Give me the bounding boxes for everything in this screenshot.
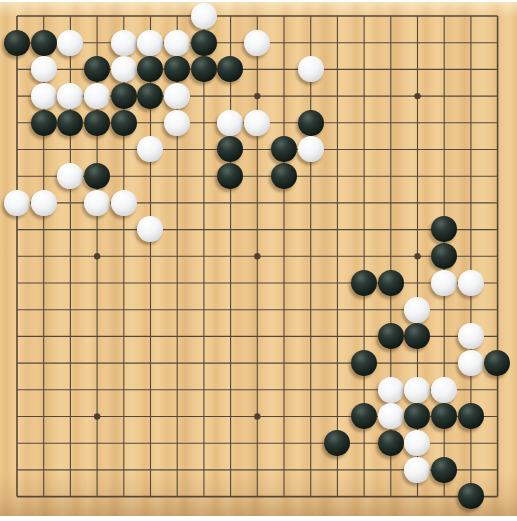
intersection-H10[interactable] xyxy=(190,243,217,270)
intersection-N1[interactable] xyxy=(324,483,351,510)
intersection-S5[interactable] xyxy=(457,376,484,403)
intersection-Q6[interactable] xyxy=(404,350,431,377)
intersection-K7[interactable] xyxy=(244,323,271,350)
intersection-D17[interactable] xyxy=(84,56,111,83)
intersection-B19[interactable] xyxy=(30,3,57,30)
intersection-C3[interactable] xyxy=(57,430,84,457)
intersection-K9[interactable] xyxy=(244,269,271,296)
intersection-D13[interactable] xyxy=(84,163,111,190)
intersection-L1[interactable] xyxy=(270,483,297,510)
intersection-O6[interactable] xyxy=(351,350,378,377)
intersection-K2[interactable] xyxy=(244,456,271,483)
intersection-J2[interactable] xyxy=(217,456,244,483)
intersection-S17[interactable] xyxy=(457,56,484,83)
intersection-D11[interactable] xyxy=(84,216,111,243)
intersection-S12[interactable] xyxy=(457,189,484,216)
intersection-Q10[interactable] xyxy=(404,243,431,270)
intersection-H7[interactable] xyxy=(190,323,217,350)
intersection-R18[interactable] xyxy=(431,29,458,56)
intersection-D4[interactable] xyxy=(84,403,111,430)
intersection-D16[interactable] xyxy=(84,83,111,110)
intersection-O2[interactable] xyxy=(351,456,378,483)
intersection-T17[interactable] xyxy=(484,56,511,83)
intersection-S10[interactable] xyxy=(457,243,484,270)
intersection-J18[interactable] xyxy=(217,29,244,56)
intersection-A2[interactable] xyxy=(4,456,31,483)
intersection-P6[interactable] xyxy=(377,350,404,377)
intersection-L17[interactable] xyxy=(270,56,297,83)
intersection-F3[interactable] xyxy=(137,430,164,457)
intersection-H8[interactable] xyxy=(190,296,217,323)
intersection-L16[interactable] xyxy=(270,83,297,110)
intersection-B10[interactable] xyxy=(30,243,57,270)
intersection-J17[interactable] xyxy=(217,56,244,83)
intersection-H13[interactable] xyxy=(190,163,217,190)
intersection-K14[interactable] xyxy=(244,136,271,163)
intersection-T6[interactable] xyxy=(484,350,511,377)
intersection-D10[interactable] xyxy=(84,243,111,270)
intersection-J16[interactable] xyxy=(217,83,244,110)
intersection-Q3[interactable] xyxy=(404,430,431,457)
intersection-N2[interactable] xyxy=(324,456,351,483)
intersection-Q18[interactable] xyxy=(404,29,431,56)
intersection-M13[interactable] xyxy=(297,163,324,190)
intersection-A3[interactable] xyxy=(4,430,31,457)
intersection-D3[interactable] xyxy=(84,430,111,457)
intersection-C16[interactable] xyxy=(57,83,84,110)
intersection-S8[interactable] xyxy=(457,296,484,323)
intersection-Q11[interactable] xyxy=(404,216,431,243)
intersection-G4[interactable] xyxy=(164,403,191,430)
intersection-Q4[interactable] xyxy=(404,403,431,430)
intersection-B3[interactable] xyxy=(30,430,57,457)
intersection-T14[interactable] xyxy=(484,136,511,163)
intersection-H18[interactable] xyxy=(190,29,217,56)
intersection-F11[interactable] xyxy=(137,216,164,243)
intersection-P4[interactable] xyxy=(377,403,404,430)
intersection-B12[interactable] xyxy=(30,189,57,216)
intersection-P15[interactable] xyxy=(377,109,404,136)
intersection-E1[interactable] xyxy=(110,483,137,510)
intersection-C18[interactable] xyxy=(57,29,84,56)
intersection-S16[interactable] xyxy=(457,83,484,110)
intersection-K5[interactable] xyxy=(244,376,271,403)
intersection-H9[interactable] xyxy=(190,269,217,296)
intersection-J8[interactable] xyxy=(217,296,244,323)
intersection-P12[interactable] xyxy=(377,189,404,216)
intersection-H5[interactable] xyxy=(190,376,217,403)
intersection-K10[interactable] xyxy=(244,243,271,270)
intersection-K16[interactable] xyxy=(244,83,271,110)
intersection-K19[interactable] xyxy=(244,3,271,30)
intersection-P8[interactable] xyxy=(377,296,404,323)
intersection-E9[interactable] xyxy=(110,269,137,296)
intersection-L3[interactable] xyxy=(270,430,297,457)
intersection-M17[interactable] xyxy=(297,56,324,83)
intersection-F16[interactable] xyxy=(137,83,164,110)
intersection-G13[interactable] xyxy=(164,163,191,190)
intersection-H19[interactable] xyxy=(190,3,217,30)
intersection-H3[interactable] xyxy=(190,430,217,457)
intersection-K11[interactable] xyxy=(244,216,271,243)
intersection-R1[interactable] xyxy=(431,483,458,510)
intersection-G3[interactable] xyxy=(164,430,191,457)
intersection-C7[interactable] xyxy=(57,323,84,350)
intersection-A13[interactable] xyxy=(4,163,31,190)
intersection-O1[interactable] xyxy=(351,483,378,510)
intersection-C12[interactable] xyxy=(57,189,84,216)
intersection-S19[interactable] xyxy=(457,3,484,30)
intersection-M4[interactable] xyxy=(297,403,324,430)
intersection-A6[interactable] xyxy=(4,350,31,377)
intersection-H6[interactable] xyxy=(190,350,217,377)
intersection-E17[interactable] xyxy=(110,56,137,83)
intersection-R10[interactable] xyxy=(431,243,458,270)
intersection-P14[interactable] xyxy=(377,136,404,163)
intersection-Q8[interactable] xyxy=(404,296,431,323)
intersection-A14[interactable] xyxy=(4,136,31,163)
intersection-N13[interactable] xyxy=(324,163,351,190)
intersection-G2[interactable] xyxy=(164,456,191,483)
intersection-J10[interactable] xyxy=(217,243,244,270)
intersection-O16[interactable] xyxy=(351,83,378,110)
intersection-L4[interactable] xyxy=(270,403,297,430)
intersection-E2[interactable] xyxy=(110,456,137,483)
intersection-A5[interactable] xyxy=(4,376,31,403)
intersection-T19[interactable] xyxy=(484,3,511,30)
intersection-S7[interactable] xyxy=(457,323,484,350)
intersection-Q19[interactable] xyxy=(404,3,431,30)
intersection-E18[interactable] xyxy=(110,29,137,56)
intersection-M1[interactable] xyxy=(297,483,324,510)
intersection-D15[interactable] xyxy=(84,109,111,136)
intersection-T5[interactable] xyxy=(484,376,511,403)
intersection-Q2[interactable] xyxy=(404,456,431,483)
intersection-T11[interactable] xyxy=(484,216,511,243)
intersection-O11[interactable] xyxy=(351,216,378,243)
intersection-P2[interactable] xyxy=(377,456,404,483)
intersection-O13[interactable] xyxy=(351,163,378,190)
intersection-T18[interactable] xyxy=(484,29,511,56)
intersection-M8[interactable] xyxy=(297,296,324,323)
intersection-F9[interactable] xyxy=(137,269,164,296)
intersection-G8[interactable] xyxy=(164,296,191,323)
intersection-N6[interactable] xyxy=(324,350,351,377)
intersection-J4[interactable] xyxy=(217,403,244,430)
intersection-G19[interactable] xyxy=(164,3,191,30)
intersection-A1[interactable] xyxy=(4,483,31,510)
intersection-R13[interactable] xyxy=(431,163,458,190)
intersection-P17[interactable] xyxy=(377,56,404,83)
intersection-Q7[interactable] xyxy=(404,323,431,350)
intersection-N14[interactable] xyxy=(324,136,351,163)
intersection-P11[interactable] xyxy=(377,216,404,243)
intersection-C4[interactable] xyxy=(57,403,84,430)
intersection-O18[interactable] xyxy=(351,29,378,56)
intersection-K1[interactable] xyxy=(244,483,271,510)
intersection-S1[interactable] xyxy=(457,483,484,510)
intersection-G1[interactable] xyxy=(164,483,191,510)
intersection-R7[interactable] xyxy=(431,323,458,350)
intersection-A4[interactable] xyxy=(4,403,31,430)
intersection-B11[interactable] xyxy=(30,216,57,243)
intersection-D9[interactable] xyxy=(84,269,111,296)
intersection-T9[interactable] xyxy=(484,269,511,296)
intersection-A7[interactable] xyxy=(4,323,31,350)
intersection-M7[interactable] xyxy=(297,323,324,350)
intersection-J5[interactable] xyxy=(217,376,244,403)
intersection-J13[interactable] xyxy=(217,163,244,190)
intersection-D7[interactable] xyxy=(84,323,111,350)
intersection-C11[interactable] xyxy=(57,216,84,243)
intersection-P1[interactable] xyxy=(377,483,404,510)
intersection-S9[interactable] xyxy=(457,269,484,296)
intersection-A9[interactable] xyxy=(4,269,31,296)
intersection-R12[interactable] xyxy=(431,189,458,216)
intersection-N15[interactable] xyxy=(324,109,351,136)
intersection-G14[interactable] xyxy=(164,136,191,163)
intersection-H1[interactable] xyxy=(190,483,217,510)
intersection-B2[interactable] xyxy=(30,456,57,483)
intersection-R3[interactable] xyxy=(431,430,458,457)
intersection-B8[interactable] xyxy=(30,296,57,323)
intersection-A17[interactable] xyxy=(4,56,31,83)
intersection-L14[interactable] xyxy=(270,136,297,163)
intersection-R9[interactable] xyxy=(431,269,458,296)
intersection-N8[interactable] xyxy=(324,296,351,323)
intersection-O8[interactable] xyxy=(351,296,378,323)
intersection-E15[interactable] xyxy=(110,109,137,136)
intersection-N5[interactable] xyxy=(324,376,351,403)
intersection-T15[interactable] xyxy=(484,109,511,136)
intersection-T7[interactable] xyxy=(484,323,511,350)
intersection-M3[interactable] xyxy=(297,430,324,457)
intersection-R2[interactable] xyxy=(431,456,458,483)
intersection-E14[interactable] xyxy=(110,136,137,163)
intersection-S3[interactable] xyxy=(457,430,484,457)
intersection-L8[interactable] xyxy=(270,296,297,323)
intersection-G15[interactable] xyxy=(164,109,191,136)
intersection-E12[interactable] xyxy=(110,189,137,216)
intersection-R16[interactable] xyxy=(431,83,458,110)
intersection-M19[interactable] xyxy=(297,3,324,30)
intersection-E4[interactable] xyxy=(110,403,137,430)
intersection-O14[interactable] xyxy=(351,136,378,163)
intersection-F5[interactable] xyxy=(137,376,164,403)
intersection-A11[interactable] xyxy=(4,216,31,243)
intersection-F10[interactable] xyxy=(137,243,164,270)
intersection-Q14[interactable] xyxy=(404,136,431,163)
intersection-O4[interactable] xyxy=(351,403,378,430)
intersection-N9[interactable] xyxy=(324,269,351,296)
intersection-E19[interactable] xyxy=(110,3,137,30)
intersection-H14[interactable] xyxy=(190,136,217,163)
intersection-O12[interactable] xyxy=(351,189,378,216)
intersection-N18[interactable] xyxy=(324,29,351,56)
intersection-L5[interactable] xyxy=(270,376,297,403)
intersection-E5[interactable] xyxy=(110,376,137,403)
intersection-L9[interactable] xyxy=(270,269,297,296)
intersection-G12[interactable] xyxy=(164,189,191,216)
intersection-N17[interactable] xyxy=(324,56,351,83)
intersection-C17[interactable] xyxy=(57,56,84,83)
intersection-R17[interactable] xyxy=(431,56,458,83)
intersection-N10[interactable] xyxy=(324,243,351,270)
intersection-R14[interactable] xyxy=(431,136,458,163)
intersection-H17[interactable] xyxy=(190,56,217,83)
intersection-N7[interactable] xyxy=(324,323,351,350)
intersection-C19[interactable] xyxy=(57,3,84,30)
intersection-R11[interactable] xyxy=(431,216,458,243)
intersection-T8[interactable] xyxy=(484,296,511,323)
intersection-S2[interactable] xyxy=(457,456,484,483)
intersection-J6[interactable] xyxy=(217,350,244,377)
intersection-G9[interactable] xyxy=(164,269,191,296)
intersection-E10[interactable] xyxy=(110,243,137,270)
intersection-A19[interactable] xyxy=(4,3,31,30)
intersection-F17[interactable] xyxy=(137,56,164,83)
intersection-K8[interactable] xyxy=(244,296,271,323)
intersection-H15[interactable] xyxy=(190,109,217,136)
intersection-D6[interactable] xyxy=(84,350,111,377)
intersection-C9[interactable] xyxy=(57,269,84,296)
intersection-E6[interactable] xyxy=(110,350,137,377)
intersection-P13[interactable] xyxy=(377,163,404,190)
intersection-K15[interactable] xyxy=(244,109,271,136)
intersection-J9[interactable] xyxy=(217,269,244,296)
intersection-E3[interactable] xyxy=(110,430,137,457)
intersection-J19[interactable] xyxy=(217,3,244,30)
intersection-M2[interactable] xyxy=(297,456,324,483)
intersection-T1[interactable] xyxy=(484,483,511,510)
intersection-C8[interactable] xyxy=(57,296,84,323)
intersection-J1[interactable] xyxy=(217,483,244,510)
intersection-A10[interactable] xyxy=(4,243,31,270)
intersection-L6[interactable] xyxy=(270,350,297,377)
intersection-J14[interactable] xyxy=(217,136,244,163)
intersection-M10[interactable] xyxy=(297,243,324,270)
intersection-Q1[interactable] xyxy=(404,483,431,510)
intersection-H4[interactable] xyxy=(190,403,217,430)
intersection-P5[interactable] xyxy=(377,376,404,403)
intersection-F4[interactable] xyxy=(137,403,164,430)
intersection-H12[interactable] xyxy=(190,189,217,216)
intersection-L10[interactable] xyxy=(270,243,297,270)
intersection-O15[interactable] xyxy=(351,109,378,136)
intersection-F6[interactable] xyxy=(137,350,164,377)
intersection-B17[interactable] xyxy=(30,56,57,83)
intersection-B18[interactable] xyxy=(30,29,57,56)
intersection-D12[interactable] xyxy=(84,189,111,216)
intersection-E13[interactable] xyxy=(110,163,137,190)
intersection-C10[interactable] xyxy=(57,243,84,270)
intersection-A15[interactable] xyxy=(4,109,31,136)
intersection-S15[interactable] xyxy=(457,109,484,136)
intersection-J12[interactable] xyxy=(217,189,244,216)
intersection-P7[interactable] xyxy=(377,323,404,350)
intersection-H11[interactable] xyxy=(190,216,217,243)
intersection-B7[interactable] xyxy=(30,323,57,350)
intersection-Q12[interactable] xyxy=(404,189,431,216)
intersection-F13[interactable] xyxy=(137,163,164,190)
intersection-F14[interactable] xyxy=(137,136,164,163)
intersection-T3[interactable] xyxy=(484,430,511,457)
intersection-A16[interactable] xyxy=(4,83,31,110)
intersection-G18[interactable] xyxy=(164,29,191,56)
intersection-M15[interactable] xyxy=(297,109,324,136)
intersection-D19[interactable] xyxy=(84,3,111,30)
intersection-H16[interactable] xyxy=(190,83,217,110)
intersection-K12[interactable] xyxy=(244,189,271,216)
intersection-D18[interactable] xyxy=(84,29,111,56)
intersection-F12[interactable] xyxy=(137,189,164,216)
intersection-H2[interactable] xyxy=(190,456,217,483)
intersection-C13[interactable] xyxy=(57,163,84,190)
intersection-K13[interactable] xyxy=(244,163,271,190)
intersection-J3[interactable] xyxy=(217,430,244,457)
intersection-G16[interactable] xyxy=(164,83,191,110)
intersection-F7[interactable] xyxy=(137,323,164,350)
intersection-P18[interactable] xyxy=(377,29,404,56)
intersection-N19[interactable] xyxy=(324,3,351,30)
intersection-S11[interactable] xyxy=(457,216,484,243)
intersection-Q5[interactable] xyxy=(404,376,431,403)
intersection-D2[interactable] xyxy=(84,456,111,483)
intersection-M16[interactable] xyxy=(297,83,324,110)
intersection-G7[interactable] xyxy=(164,323,191,350)
intersection-C2[interactable] xyxy=(57,456,84,483)
intersection-Q17[interactable] xyxy=(404,56,431,83)
intersection-F19[interactable] xyxy=(137,3,164,30)
intersection-L11[interactable] xyxy=(270,216,297,243)
intersection-Q13[interactable] xyxy=(404,163,431,190)
intersection-O19[interactable] xyxy=(351,3,378,30)
intersection-N12[interactable] xyxy=(324,189,351,216)
intersection-E7[interactable] xyxy=(110,323,137,350)
intersection-B4[interactable] xyxy=(30,403,57,430)
intersection-L12[interactable] xyxy=(270,189,297,216)
intersection-G6[interactable] xyxy=(164,350,191,377)
intersection-N3[interactable] xyxy=(324,430,351,457)
intersection-R15[interactable] xyxy=(431,109,458,136)
intersection-O10[interactable] xyxy=(351,243,378,270)
intersection-S4[interactable] xyxy=(457,403,484,430)
intersection-J7[interactable] xyxy=(217,323,244,350)
intersection-S6[interactable] xyxy=(457,350,484,377)
intersection-P3[interactable] xyxy=(377,430,404,457)
intersection-G17[interactable] xyxy=(164,56,191,83)
intersection-K17[interactable] xyxy=(244,56,271,83)
intersection-N16[interactable] xyxy=(324,83,351,110)
intersection-O7[interactable] xyxy=(351,323,378,350)
intersection-L15[interactable] xyxy=(270,109,297,136)
intersection-K6[interactable] xyxy=(244,350,271,377)
intersection-T12[interactable] xyxy=(484,189,511,216)
intersection-F18[interactable] xyxy=(137,29,164,56)
intersection-O17[interactable] xyxy=(351,56,378,83)
intersection-Q16[interactable] xyxy=(404,83,431,110)
intersection-D14[interactable] xyxy=(84,136,111,163)
intersection-C6[interactable] xyxy=(57,350,84,377)
intersection-C1[interactable] xyxy=(57,483,84,510)
intersection-T2[interactable] xyxy=(484,456,511,483)
intersection-P9[interactable] xyxy=(377,269,404,296)
intersection-M5[interactable] xyxy=(297,376,324,403)
intersection-A8[interactable] xyxy=(4,296,31,323)
intersection-E11[interactable] xyxy=(110,216,137,243)
intersection-L7[interactable] xyxy=(270,323,297,350)
intersection-M6[interactable] xyxy=(297,350,324,377)
